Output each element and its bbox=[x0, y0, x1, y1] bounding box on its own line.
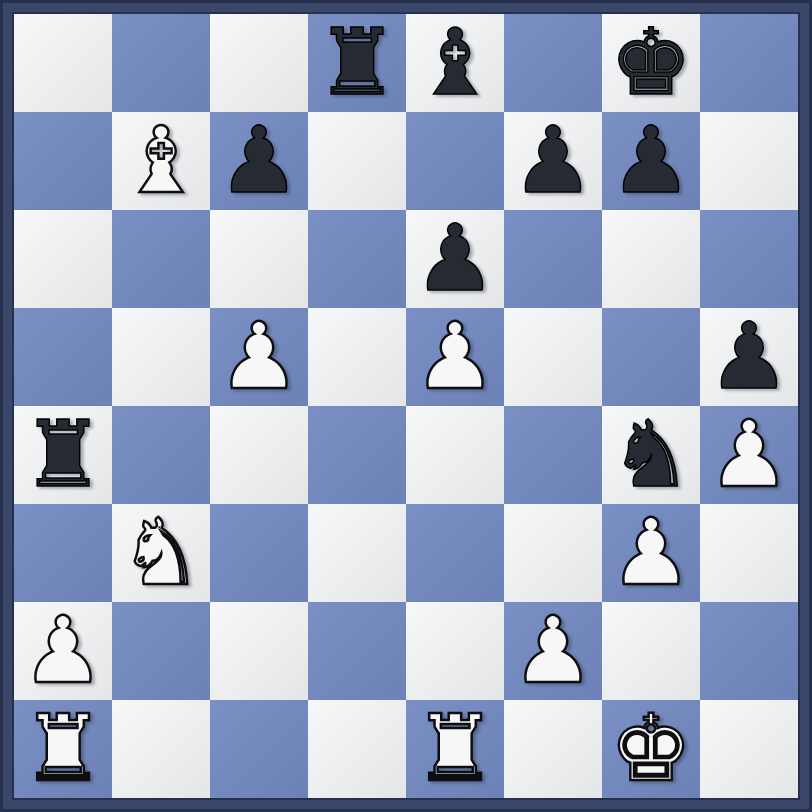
white-pawn-icon[interactable]: ♟︎ bbox=[610, 504, 692, 602]
square-h3[interactable] bbox=[700, 504, 798, 602]
square-c4[interactable] bbox=[210, 406, 308, 504]
white-rook-icon[interactable]: ♜︎ bbox=[22, 700, 104, 798]
square-c7[interactable]: ♟︎ bbox=[210, 112, 308, 210]
square-b5[interactable] bbox=[112, 308, 210, 406]
white-pawn-icon[interactable]: ♟︎ bbox=[414, 308, 496, 406]
white-king-icon[interactable]: ♚︎ bbox=[610, 700, 692, 798]
square-g2[interactable] bbox=[602, 602, 700, 700]
black-pawn-icon[interactable]: ♟︎ bbox=[218, 112, 300, 210]
white-pawn-icon[interactable]: ♟︎ bbox=[218, 308, 300, 406]
square-a1[interactable]: ♜︎ bbox=[14, 700, 112, 798]
square-a4[interactable]: ♜︎ bbox=[14, 406, 112, 504]
white-pawn-icon[interactable]: ♟︎ bbox=[512, 602, 594, 700]
square-g4[interactable]: ♞︎ bbox=[602, 406, 700, 504]
square-h5[interactable]: ♟︎ bbox=[700, 308, 798, 406]
square-a2[interactable]: ♟︎ bbox=[14, 602, 112, 700]
square-d7[interactable] bbox=[308, 112, 406, 210]
square-f1[interactable] bbox=[504, 700, 602, 798]
square-b3[interactable]: ♞︎ bbox=[112, 504, 210, 602]
black-bishop-icon[interactable]: ♝︎ bbox=[414, 14, 496, 112]
white-knight-icon[interactable]: ♞︎ bbox=[120, 504, 202, 602]
square-h8[interactable] bbox=[700, 14, 798, 112]
square-b6[interactable] bbox=[112, 210, 210, 308]
square-a8[interactable] bbox=[14, 14, 112, 112]
black-king-icon[interactable]: ♚︎ bbox=[610, 14, 692, 112]
square-e5[interactable]: ♟︎ bbox=[406, 308, 504, 406]
black-knight-icon[interactable]: ♞︎ bbox=[610, 406, 692, 504]
square-c3[interactable] bbox=[210, 504, 308, 602]
black-pawn-icon[interactable]: ♟︎ bbox=[708, 308, 790, 406]
square-e8[interactable]: ♝︎ bbox=[406, 14, 504, 112]
square-g8[interactable]: ♚︎ bbox=[602, 14, 700, 112]
square-g5[interactable] bbox=[602, 308, 700, 406]
square-e2[interactable] bbox=[406, 602, 504, 700]
square-b8[interactable] bbox=[112, 14, 210, 112]
square-e3[interactable] bbox=[406, 504, 504, 602]
square-e4[interactable] bbox=[406, 406, 504, 504]
square-a7[interactable] bbox=[14, 112, 112, 210]
square-c2[interactable] bbox=[210, 602, 308, 700]
square-h7[interactable] bbox=[700, 112, 798, 210]
square-c1[interactable] bbox=[210, 700, 308, 798]
square-d8[interactable]: ♜︎ bbox=[308, 14, 406, 112]
square-h6[interactable] bbox=[700, 210, 798, 308]
square-a3[interactable] bbox=[14, 504, 112, 602]
white-rook-icon[interactable]: ♜︎ bbox=[414, 700, 496, 798]
square-b2[interactable] bbox=[112, 602, 210, 700]
square-d2[interactable] bbox=[308, 602, 406, 700]
square-d4[interactable] bbox=[308, 406, 406, 504]
square-g6[interactable] bbox=[602, 210, 700, 308]
white-pawn-icon[interactable]: ♟︎ bbox=[708, 406, 790, 504]
black-rook-icon[interactable]: ♜︎ bbox=[316, 14, 398, 112]
square-c8[interactable] bbox=[210, 14, 308, 112]
square-h4[interactable]: ♟︎ bbox=[700, 406, 798, 504]
square-f6[interactable] bbox=[504, 210, 602, 308]
square-d5[interactable] bbox=[308, 308, 406, 406]
square-c5[interactable]: ♟︎ bbox=[210, 308, 308, 406]
square-c6[interactable] bbox=[210, 210, 308, 308]
black-pawn-icon[interactable]: ♟︎ bbox=[610, 112, 692, 210]
square-d1[interactable] bbox=[308, 700, 406, 798]
black-pawn-icon[interactable]: ♟︎ bbox=[414, 210, 496, 308]
white-bishop-icon[interactable]: ♝︎ bbox=[120, 112, 202, 210]
square-g3[interactable]: ♟︎ bbox=[602, 504, 700, 602]
square-f7[interactable]: ♟︎ bbox=[504, 112, 602, 210]
square-f3[interactable] bbox=[504, 504, 602, 602]
square-h1[interactable] bbox=[700, 700, 798, 798]
square-g1[interactable]: ♚︎ bbox=[602, 700, 700, 798]
black-rook-icon[interactable]: ♜︎ bbox=[22, 406, 104, 504]
square-g7[interactable]: ♟︎ bbox=[602, 112, 700, 210]
square-b4[interactable] bbox=[112, 406, 210, 504]
square-b7[interactable]: ♝︎ bbox=[112, 112, 210, 210]
square-f8[interactable] bbox=[504, 14, 602, 112]
square-a6[interactable] bbox=[14, 210, 112, 308]
square-e6[interactable]: ♟︎ bbox=[406, 210, 504, 308]
square-d6[interactable] bbox=[308, 210, 406, 308]
square-f4[interactable] bbox=[504, 406, 602, 504]
chess-board: ♜︎♝︎♚︎♝︎♟︎♟︎♟︎♟︎♟︎♟︎♟︎♜︎♞︎♟︎♞︎♟︎♟︎♟︎♜︎♜︎… bbox=[14, 14, 798, 798]
square-h2[interactable] bbox=[700, 602, 798, 700]
square-a5[interactable] bbox=[14, 308, 112, 406]
square-f2[interactable]: ♟︎ bbox=[504, 602, 602, 700]
square-e7[interactable] bbox=[406, 112, 504, 210]
square-e1[interactable]: ♜︎ bbox=[406, 700, 504, 798]
square-f5[interactable] bbox=[504, 308, 602, 406]
square-b1[interactable] bbox=[112, 700, 210, 798]
black-pawn-icon[interactable]: ♟︎ bbox=[512, 112, 594, 210]
white-pawn-icon[interactable]: ♟︎ bbox=[22, 602, 104, 700]
square-d3[interactable] bbox=[308, 504, 406, 602]
chess-board-frame: ♜︎♝︎♚︎♝︎♟︎♟︎♟︎♟︎♟︎♟︎♟︎♜︎♞︎♟︎♞︎♟︎♟︎♟︎♜︎♜︎… bbox=[0, 0, 812, 812]
